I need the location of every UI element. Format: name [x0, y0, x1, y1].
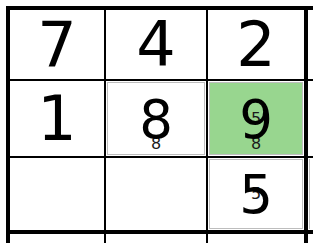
grid-line-box-bottom [6, 230, 313, 234]
grid-line-col-1 [104, 6, 106, 243]
cell-r3c2[interactable] [106, 158, 206, 230]
cell-r1c2[interactable]: 4 [106, 10, 206, 79]
given-digit: 4 [136, 14, 175, 76]
given-digit: 1 [37, 88, 76, 150]
cell-r2c1[interactable]: 1 [10, 81, 104, 156]
grid-line-box-right [304, 6, 308, 243]
cell-r2c3[interactable]: 589 [208, 81, 304, 156]
grid-line-row-2 [6, 156, 313, 158]
partial-adjacent-tile-border [309, 159, 310, 229]
grid-line-col-2 [206, 6, 208, 243]
entered-digit: 8 [139, 92, 173, 145]
grid-line-box-left [6, 6, 10, 243]
given-digit: 7 [37, 14, 76, 76]
sudoku-board: 74218858955 [0, 0, 313, 243]
cell-r3c1[interactable] [10, 158, 104, 230]
given-digit: 2 [236, 14, 275, 76]
cell-r2c2[interactable]: 88 [106, 81, 206, 156]
entered-digit: 5 [239, 168, 273, 221]
cell-r1c3[interactable]: 2 [208, 10, 304, 79]
cell-r1c1[interactable]: 7 [10, 10, 104, 79]
cell-r3c3[interactable]: 55 [208, 158, 304, 230]
entered-digit: 9 [239, 92, 273, 145]
